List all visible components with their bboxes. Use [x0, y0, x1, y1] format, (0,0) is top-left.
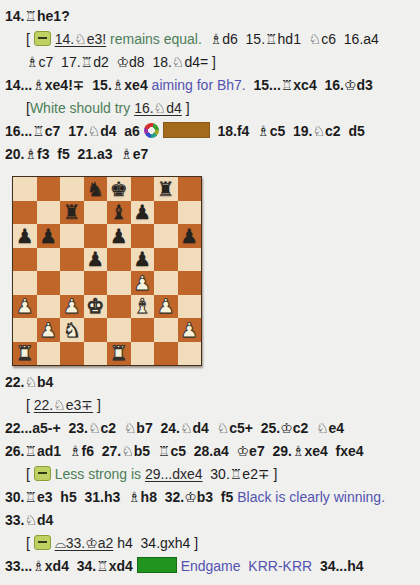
move-text[interactable]: 30.♖e2∓ ]	[203, 466, 278, 482]
square-b6[interactable]: ♟	[37, 224, 61, 248]
move-text[interactable]: 22...a5-+ 23.♘c2 ♘b7 24.♘d4 ♘c5+ 25.♔c2 …	[5, 420, 344, 436]
mainline-notation-line: 14...♗xe4!∓ 15.♗xe4 aiming for Bh7. 15..…	[0, 74, 420, 97]
square-h8[interactable]	[178, 177, 202, 201]
square-d6[interactable]	[84, 224, 108, 248]
white-pawn-c3: ♟	[60, 295, 84, 319]
mainline-notation-line: 26.♖ad1 ♗f6 27.♘b5 ♖c5 28.a4 ♔e7 29.♗xe4…	[0, 440, 420, 463]
move-text[interactable]: 20.♗f3 f5 21.a3 ♗e7	[5, 146, 148, 162]
square-e3[interactable]	[107, 295, 131, 319]
mainline-notation-line: 16...♖c7 17.♘d4 a6 18.f4 ♗c5 19.♘c2 d5	[0, 120, 420, 143]
square-g7[interactable]	[154, 201, 178, 225]
move-text: [	[26, 397, 34, 413]
square-a5[interactable]	[13, 248, 37, 272]
move-text[interactable]: 30.♖e3 h5 31.h3 ♗h8 32.♔b3 f5	[5, 489, 237, 505]
square-e4[interactable]	[107, 271, 131, 295]
white-pawn-f4: ♟	[131, 271, 155, 295]
move-text: [	[26, 31, 34, 47]
square-a7[interactable]	[13, 201, 37, 225]
annotation-text: Black is clearly winning.	[237, 489, 385, 505]
mainline-notation-line: 30.♖e3 h5 31.h3 ♗h8 32.♔b3 f5 Black is c…	[0, 486, 420, 509]
green-minus-icon	[34, 31, 51, 46]
mainline-notation-line: 33.♘d4	[0, 509, 420, 532]
square-g4[interactable]	[154, 271, 178, 295]
square-h6[interactable]: ♟	[178, 224, 202, 248]
white-pawn-h2: ♟	[178, 318, 202, 342]
variation-line: [ ⌓33.♔a2 h4 34.gxh4 ]	[0, 532, 420, 555]
move-text[interactable]: 16...♖c7 17.♘d4 a6	[5, 123, 144, 139]
move-text[interactable]: 14.♖he1?	[5, 8, 70, 24]
black-pawn-d5: ♟	[84, 248, 108, 272]
variation-move-link[interactable]: 14.♘e3!	[55, 31, 106, 47]
annotation-text: remains equal.	[110, 31, 202, 47]
chess-board: ♞♚♜♜♝♟♟♟♟♟♟♟♟♟♟♚♝♟♟♞♟♜♜	[12, 176, 202, 366]
move-text[interactable]: 33...♗xd4 34.♖xd4	[5, 558, 137, 574]
variation-line: [ 14.♘e3! remains equal. ♗d6 15.♖hd1 ♘c6…	[0, 28, 420, 51]
move-text: ]	[93, 397, 101, 413]
annotation-text: Less strong is	[55, 466, 145, 482]
black-pawn-b6: ♟	[37, 224, 61, 248]
brown-rect-icon	[163, 122, 210, 138]
green-minus-icon	[34, 466, 51, 481]
black-bishop-e7: ♝	[107, 201, 131, 225]
square-g5[interactable]	[154, 248, 178, 272]
square-d2[interactable]	[84, 318, 108, 342]
move-text: ]	[182, 100, 190, 116]
square-g2[interactable]	[154, 318, 178, 342]
square-f5[interactable]: ♟	[131, 248, 155, 272]
square-e1[interactable]: ♜	[107, 342, 131, 366]
mainline-notation-line: 33...♗xd4 34.♖xd4 Endgame KRR-KRR 34...h…	[0, 555, 420, 578]
mainline-notation-line: 20.♗f3 f5 21.a3 ♗e7	[0, 143, 420, 166]
square-h1[interactable]	[178, 342, 202, 366]
square-f1[interactable]	[131, 342, 155, 366]
square-h2[interactable]: ♟	[178, 318, 202, 342]
variation-line: [ Less strong is 29...dxe4 30.♖e2∓ ]	[0, 463, 420, 486]
move-text[interactable]: 22.♘b4	[5, 374, 53, 390]
ring-icon	[144, 123, 159, 138]
square-f3[interactable]: ♝	[131, 295, 155, 319]
move-text[interactable]: 15...♖xc4 16.♔d3	[246, 77, 373, 93]
square-c2[interactable]: ♞	[60, 318, 84, 342]
square-h7[interactable]	[178, 201, 202, 225]
square-a4[interactable]	[13, 271, 37, 295]
notation-panel: 14.♖he1?[ 14.♘e3! remains equal. ♗d6 15.…	[0, 0, 420, 578]
square-c3[interactable]: ♟	[60, 295, 84, 319]
square-b3[interactable]	[37, 295, 61, 319]
square-a8[interactable]	[13, 177, 37, 201]
variation-move-link[interactable]: ⌓33.♔a2	[55, 535, 114, 551]
variation-move-link[interactable]: 22.♘e3∓	[34, 397, 93, 413]
variation-line: ♗c7 17.♖d2 ♔d8 18.♘d4= ]	[0, 51, 420, 74]
variation-line: [ 22.♘e3∓ ]	[0, 394, 420, 417]
square-e8[interactable]: ♚	[107, 177, 131, 201]
white-pawn-a3: ♟	[13, 295, 37, 319]
square-g6[interactable]	[154, 224, 178, 248]
square-b4[interactable]	[37, 271, 61, 295]
square-d8[interactable]: ♞	[84, 177, 108, 201]
black-pawn-f7: ♟	[131, 201, 155, 225]
square-d7[interactable]	[84, 201, 108, 225]
square-g8[interactable]: ♜	[154, 177, 178, 201]
square-f8[interactable]	[131, 177, 155, 201]
black-pawn-h6: ♟	[178, 224, 202, 248]
white-pawn-g3: ♟	[154, 295, 178, 319]
variation-move-link[interactable]: 16.♘d4	[134, 100, 182, 116]
square-h3[interactable]	[178, 295, 202, 319]
black-pawn-a6: ♟	[13, 224, 37, 248]
square-b8[interactable]	[37, 177, 61, 201]
square-c6[interactable]	[60, 224, 84, 248]
annotation-text: Endgame KRR-KRR	[181, 558, 313, 574]
square-a6[interactable]: ♟	[13, 224, 37, 248]
square-d5[interactable]: ♟	[84, 248, 108, 272]
white-rook-e1: ♜	[107, 342, 131, 366]
square-e5[interactable]	[107, 248, 131, 272]
square-c5[interactable]	[60, 248, 84, 272]
square-e2[interactable]	[107, 318, 131, 342]
move-text[interactable]: 34...h4	[312, 558, 363, 574]
move-text: [	[26, 466, 34, 482]
square-e7[interactable]: ♝	[107, 201, 131, 225]
white-rook-a1: ♜	[13, 342, 37, 366]
move-text[interactable]: 26.♖ad1 ♗f6 27.♘b5 ♖c5 28.a4 ♔e7 29.♗xe4…	[5, 443, 364, 459]
square-e6[interactable]: ♟	[107, 224, 131, 248]
square-b1[interactable]	[37, 342, 61, 366]
square-f2[interactable]	[131, 318, 155, 342]
square-b7[interactable]	[37, 201, 61, 225]
move-text[interactable]: 33.♘d4	[5, 512, 53, 528]
square-c7[interactable]: ♜	[60, 201, 84, 225]
black-king-e8: ♚	[107, 177, 131, 201]
square-d4[interactable]	[84, 271, 108, 295]
square-h4[interactable]	[178, 271, 202, 295]
square-f7[interactable]: ♟	[131, 201, 155, 225]
square-c8[interactable]	[60, 177, 84, 201]
square-d3[interactable]: ♚	[84, 295, 108, 319]
square-f6[interactable]	[131, 224, 155, 248]
move-text[interactable]: ♗d6 15.♖hd1 ♘c6 16.a4	[202, 31, 379, 47]
black-pawn-f5: ♟	[131, 248, 155, 272]
mainline-notation-line: 22...a5-+ 23.♘c2 ♘b7 24.♘d4 ♘c5+ 25.♔c2 …	[0, 417, 420, 440]
move-text[interactable]: ♗c7 17.♖d2 ♔d8 18.♘d4= ]	[26, 54, 216, 70]
white-pawn-b2: ♟	[37, 318, 61, 342]
annotation-text: White should try	[30, 100, 134, 116]
black-knight-d8: ♞	[84, 177, 108, 201]
move-text[interactable]: 14...♗xe4!∓ 15.♗xe4	[5, 77, 152, 93]
square-f4[interactable]: ♟	[131, 271, 155, 295]
mainline-notation-line: 14.♖he1?	[0, 5, 420, 28]
variation-move-link[interactable]: 29...dxe4	[145, 466, 203, 482]
move-text[interactable]: h4 34.gxh4 ]	[113, 535, 198, 551]
white-bishop-f3: ♝	[131, 295, 155, 319]
square-g1[interactable]	[154, 342, 178, 366]
black-rook-g8: ♜	[154, 177, 178, 201]
green-rect-icon	[137, 557, 177, 573]
square-d1[interactable]	[84, 342, 108, 366]
black-rook-c7: ♜	[60, 201, 84, 225]
square-b2[interactable]: ♟	[37, 318, 61, 342]
white-knight-c2: ♞	[60, 318, 84, 342]
square-h5[interactable]	[178, 248, 202, 272]
variation-line: [White should try 16.♘d4 ]	[0, 97, 420, 120]
square-b5[interactable]	[37, 248, 61, 272]
mainline-notation-line: 22.♘b4	[0, 371, 420, 394]
annotation-text: aiming for Bh7.	[152, 77, 246, 93]
square-a1[interactable]: ♜	[13, 342, 37, 366]
white-king-d3: ♚	[84, 295, 108, 319]
black-pawn-e6: ♟	[107, 224, 131, 248]
square-g3[interactable]: ♟	[154, 295, 178, 319]
move-text: [	[26, 535, 34, 551]
square-a2[interactable]	[13, 318, 37, 342]
move-text[interactable]: 18.f4 ♗c5 19.♘c2 d5	[210, 123, 365, 139]
green-minus-icon	[34, 535, 51, 550]
square-c1[interactable]	[60, 342, 84, 366]
square-a3[interactable]: ♟	[13, 295, 37, 319]
square-c4[interactable]	[60, 271, 84, 295]
